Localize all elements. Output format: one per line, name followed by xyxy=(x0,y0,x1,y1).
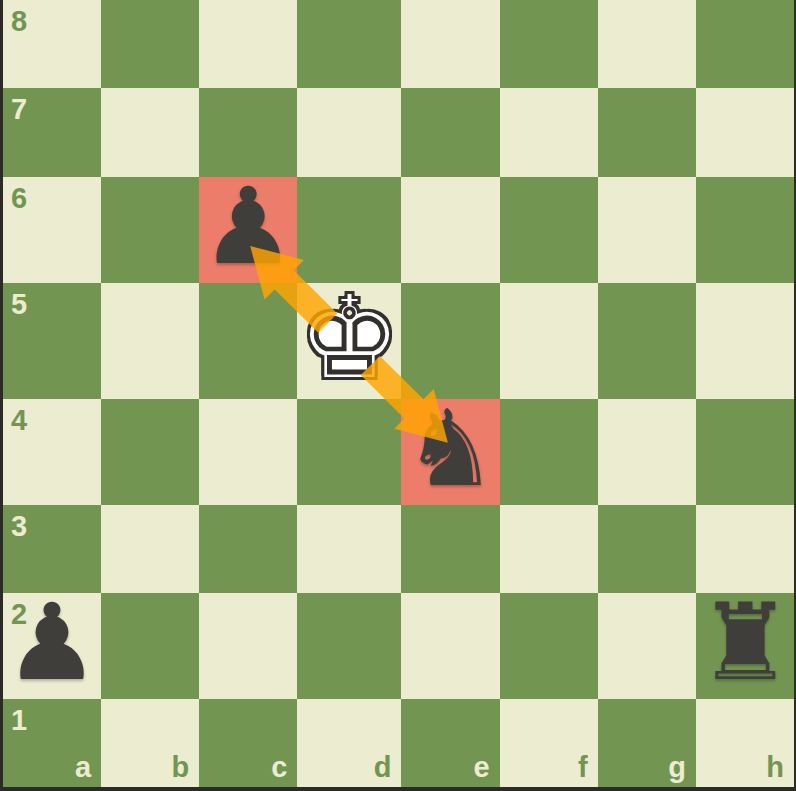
square-e2[interactable] xyxy=(401,593,499,699)
rank-label-4: 4 xyxy=(11,406,27,435)
rank-label-3: 3 xyxy=(11,512,27,541)
square-a6[interactable]: 6 xyxy=(3,177,101,283)
square-h1[interactable]: h xyxy=(696,699,794,787)
square-e3[interactable] xyxy=(401,505,499,593)
square-e6[interactable] xyxy=(401,177,499,283)
square-c7[interactable] xyxy=(199,88,297,176)
rank-label-6: 6 xyxy=(11,184,27,213)
square-h8[interactable] xyxy=(696,0,794,88)
square-f2[interactable] xyxy=(500,593,598,699)
square-h4[interactable] xyxy=(696,399,794,505)
rank-label-8: 8 xyxy=(11,7,27,36)
black-knight-piece[interactable]: ♞ xyxy=(403,396,498,502)
white-king-piece[interactable]: ♚ xyxy=(297,280,401,396)
file-label-d: d xyxy=(374,753,392,782)
square-g2[interactable] xyxy=(598,593,696,699)
square-a3[interactable]: 3 xyxy=(3,505,101,593)
file-label-h: h xyxy=(766,753,784,782)
square-b4[interactable] xyxy=(101,399,199,505)
square-d1[interactable]: d xyxy=(297,699,401,787)
square-d3[interactable] xyxy=(297,505,401,593)
square-c5[interactable] xyxy=(199,283,297,399)
square-b3[interactable] xyxy=(101,505,199,593)
square-e5[interactable] xyxy=(401,283,499,399)
square-c3[interactable] xyxy=(199,505,297,593)
square-f4[interactable] xyxy=(500,399,598,505)
black-pawn-piece[interactable]: ♟ xyxy=(5,590,100,696)
square-a8[interactable]: 8 xyxy=(3,0,101,88)
rank-label-1: 1 xyxy=(11,706,27,735)
square-b6[interactable] xyxy=(101,177,199,283)
file-label-b: b xyxy=(172,753,190,782)
square-a5[interactable]: 5 xyxy=(3,283,101,399)
square-c1[interactable]: c xyxy=(199,699,297,787)
square-b2[interactable] xyxy=(101,593,199,699)
square-h2[interactable]: ♜ xyxy=(696,593,794,699)
file-label-e: e xyxy=(473,753,489,782)
square-c4[interactable] xyxy=(199,399,297,505)
file-label-g: g xyxy=(668,753,686,782)
square-f5[interactable] xyxy=(500,283,598,399)
square-e4[interactable]: ♞ xyxy=(401,399,499,505)
file-label-f: f xyxy=(578,753,588,782)
square-a7[interactable]: 7 xyxy=(3,88,101,176)
rank-label-7: 7 xyxy=(11,95,27,124)
square-h6[interactable] xyxy=(696,177,794,283)
square-c6[interactable]: ♟ xyxy=(199,177,297,283)
square-d8[interactable] xyxy=(297,0,401,88)
square-h3[interactable] xyxy=(696,505,794,593)
square-d4[interactable] xyxy=(297,399,401,505)
square-g3[interactable] xyxy=(598,505,696,593)
square-h7[interactable] xyxy=(696,88,794,176)
square-g6[interactable] xyxy=(598,177,696,283)
square-h5[interactable] xyxy=(696,283,794,399)
square-a4[interactable]: 4 xyxy=(3,399,101,505)
square-e7[interactable] xyxy=(401,88,499,176)
square-b7[interactable] xyxy=(101,88,199,176)
square-f6[interactable] xyxy=(500,177,598,283)
black-rook-piece[interactable]: ♜ xyxy=(697,590,792,696)
square-d5[interactable]: ♚ xyxy=(297,283,401,399)
square-d7[interactable] xyxy=(297,88,401,176)
square-f3[interactable] xyxy=(500,505,598,593)
square-b8[interactable] xyxy=(101,0,199,88)
square-d6[interactable] xyxy=(297,177,401,283)
square-c8[interactable] xyxy=(199,0,297,88)
square-d2[interactable] xyxy=(297,593,401,699)
square-a1[interactable]: 1a xyxy=(3,699,101,787)
square-g8[interactable] xyxy=(598,0,696,88)
square-e8[interactable] xyxy=(401,0,499,88)
file-label-c: c xyxy=(271,753,287,782)
square-c2[interactable] xyxy=(199,593,297,699)
rank-label-5: 5 xyxy=(11,290,27,319)
square-g5[interactable] xyxy=(598,283,696,399)
square-g7[interactable] xyxy=(598,88,696,176)
square-b5[interactable] xyxy=(101,283,199,399)
board-frame: 876♟5♚4♞32♟♜1abcdefgh xyxy=(0,0,796,791)
square-g1[interactable]: g xyxy=(598,699,696,787)
square-b1[interactable]: b xyxy=(101,699,199,787)
file-label-a: a xyxy=(75,753,91,782)
chess-board: 876♟5♚4♞32♟♜1abcdefgh xyxy=(3,0,794,787)
black-pawn-piece[interactable]: ♟ xyxy=(201,174,296,280)
square-g4[interactable] xyxy=(598,399,696,505)
square-e1[interactable]: e xyxy=(401,699,499,787)
square-f7[interactable] xyxy=(500,88,598,176)
square-f8[interactable] xyxy=(500,0,598,88)
square-a2[interactable]: 2♟ xyxy=(3,593,101,699)
square-f1[interactable]: f xyxy=(500,699,598,787)
